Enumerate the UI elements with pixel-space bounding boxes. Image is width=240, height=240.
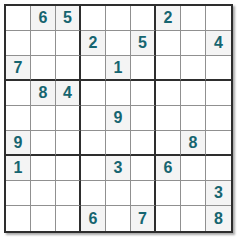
sudoku-cell-r3c3[interactable] bbox=[56, 56, 81, 81]
sudoku-cell-r5c3[interactable] bbox=[56, 106, 81, 131]
sudoku-cell-r1c3[interactable]: 5 bbox=[56, 6, 81, 31]
sudoku-cell-r9c2[interactable] bbox=[31, 206, 56, 231]
sudoku-cell-r4c3[interactable]: 4 bbox=[56, 81, 81, 106]
sudoku-cell-r4c6[interactable] bbox=[131, 81, 156, 106]
sudoku-cell-r2c9[interactable]: 4 bbox=[206, 31, 231, 56]
sudoku-cell-r3c4[interactable] bbox=[81, 56, 106, 81]
sudoku-cell-r6c3[interactable] bbox=[56, 131, 81, 156]
sudoku-cell-r9c5[interactable] bbox=[106, 206, 131, 231]
sudoku-cell-r6c6[interactable] bbox=[131, 131, 156, 156]
sudoku-cell-r7c6[interactable] bbox=[131, 156, 156, 181]
sudoku-cell-r2c8[interactable] bbox=[181, 31, 206, 56]
sudoku-cell-r9c9[interactable]: 8 bbox=[206, 206, 231, 231]
sudoku-cell-r3c2[interactable] bbox=[31, 56, 56, 81]
sudoku-cell-r5c1[interactable] bbox=[6, 106, 31, 131]
sudoku-cell-r3c9[interactable] bbox=[206, 56, 231, 81]
sudoku-cell-r1c1[interactable] bbox=[6, 6, 31, 31]
sudoku-cell-r2c5[interactable] bbox=[106, 31, 131, 56]
sudoku-cell-r9c6[interactable]: 7 bbox=[131, 206, 156, 231]
sudoku-cell-r3c1[interactable]: 7 bbox=[6, 56, 31, 81]
sudoku-cell-r9c7[interactable] bbox=[156, 206, 181, 231]
sudoku-cell-r7c8[interactable] bbox=[181, 156, 206, 181]
sudoku-cell-r8c3[interactable] bbox=[56, 181, 81, 206]
sudoku-cell-r2c6[interactable]: 5 bbox=[131, 31, 156, 56]
sudoku-cell-r8c8[interactable] bbox=[181, 181, 206, 206]
sudoku-cell-r1c8[interactable] bbox=[181, 6, 206, 31]
sudoku-cell-r3c8[interactable] bbox=[181, 56, 206, 81]
sudoku-cell-r4c9[interactable] bbox=[206, 81, 231, 106]
sudoku-cell-r3c7[interactable] bbox=[156, 56, 181, 81]
sudoku-cell-r8c1[interactable] bbox=[6, 181, 31, 206]
sudoku-cell-r4c4[interactable] bbox=[81, 81, 106, 106]
sudoku-cell-r3c5[interactable]: 1 bbox=[106, 56, 131, 81]
sudoku-cell-r7c1[interactable]: 1 bbox=[6, 156, 31, 181]
sudoku-cell-r1c7[interactable]: 2 bbox=[156, 6, 181, 31]
sudoku-cell-r5c8[interactable] bbox=[181, 106, 206, 131]
sudoku-cell-r8c2[interactable] bbox=[31, 181, 56, 206]
sudoku-cell-r4c1[interactable] bbox=[6, 81, 31, 106]
sudoku-cell-r7c5[interactable]: 3 bbox=[106, 156, 131, 181]
sudoku-cell-r5c7[interactable] bbox=[156, 106, 181, 131]
sudoku-cell-r1c9[interactable] bbox=[206, 6, 231, 31]
sudoku-cell-r6c2[interactable] bbox=[31, 131, 56, 156]
sudoku-cell-r7c4[interactable] bbox=[81, 156, 106, 181]
sudoku-board: 65225471849981363678 bbox=[4, 4, 233, 233]
sudoku-cell-r5c5[interactable]: 9 bbox=[106, 106, 131, 131]
sudoku-cell-r2c4[interactable]: 2 bbox=[81, 31, 106, 56]
sudoku-cell-r4c2[interactable]: 8 bbox=[31, 81, 56, 106]
sudoku-cell-r6c1[interactable]: 9 bbox=[6, 131, 31, 156]
sudoku-cell-r1c5[interactable] bbox=[106, 6, 131, 31]
sudoku-cell-r6c4[interactable] bbox=[81, 131, 106, 156]
sudoku-cell-r7c7[interactable]: 6 bbox=[156, 156, 181, 181]
sudoku-cell-r1c4[interactable] bbox=[81, 6, 106, 31]
sudoku-cell-r5c9[interactable] bbox=[206, 106, 231, 131]
sudoku-cell-r1c2[interactable]: 6 bbox=[31, 6, 56, 31]
sudoku-cell-r5c2[interactable] bbox=[31, 106, 56, 131]
sudoku-cell-r2c2[interactable] bbox=[31, 31, 56, 56]
sudoku-cell-r8c5[interactable] bbox=[106, 181, 131, 206]
sudoku-cell-r4c7[interactable] bbox=[156, 81, 181, 106]
sudoku-cell-r1c6[interactable] bbox=[131, 6, 156, 31]
sudoku-cell-r5c6[interactable] bbox=[131, 106, 156, 131]
sudoku-cell-r2c3[interactable] bbox=[56, 31, 81, 56]
sudoku-cell-r7c3[interactable] bbox=[56, 156, 81, 181]
sudoku-cell-r7c9[interactable] bbox=[206, 156, 231, 181]
sudoku-cell-r6c5[interactable] bbox=[106, 131, 131, 156]
page: 65225471849981363678 bbox=[0, 0, 240, 240]
sudoku-cell-r5c4[interactable] bbox=[81, 106, 106, 131]
sudoku-cell-r4c8[interactable] bbox=[181, 81, 206, 106]
sudoku-cell-r6c9[interactable] bbox=[206, 131, 231, 156]
sudoku-cell-r8c4[interactable] bbox=[81, 181, 106, 206]
sudoku-cell-r9c4[interactable]: 6 bbox=[81, 206, 106, 231]
sudoku-cell-r9c3[interactable] bbox=[56, 206, 81, 231]
sudoku-cell-r6c8[interactable]: 8 bbox=[181, 131, 206, 156]
sudoku-cell-r2c1[interactable] bbox=[6, 31, 31, 56]
sudoku-cell-r2c7[interactable] bbox=[156, 31, 181, 56]
sudoku-cell-r8c9[interactable]: 3 bbox=[206, 181, 231, 206]
sudoku-cell-r9c8[interactable] bbox=[181, 206, 206, 231]
sudoku-cell-r7c2[interactable] bbox=[31, 156, 56, 181]
sudoku-cell-r3c6[interactable] bbox=[131, 56, 156, 81]
sudoku-cell-r9c1[interactable] bbox=[6, 206, 31, 231]
sudoku-cell-r8c6[interactable] bbox=[131, 181, 156, 206]
sudoku-cell-r6c7[interactable] bbox=[156, 131, 181, 156]
sudoku-cell-r4c5[interactable] bbox=[106, 81, 131, 106]
sudoku-cell-r8c7[interactable] bbox=[156, 181, 181, 206]
